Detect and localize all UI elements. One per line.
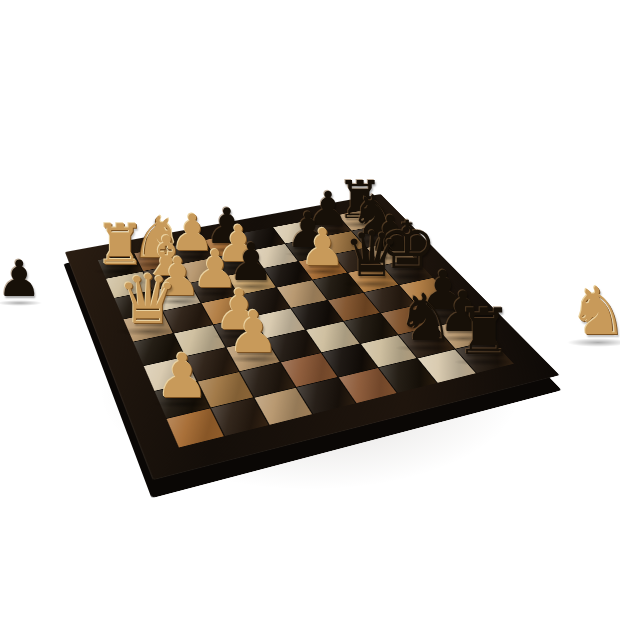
white-queen-d1[interactable]: ♛ — [109, 266, 187, 334]
black-queen-d7[interactable]: ♛ — [336, 223, 408, 286]
scene: ♜♟♞♟♟♟♟♞♟♜♟♚♝♛♟♟♟♟♟♛♟♟♞♞♟♜♟ — [0, 0, 620, 620]
square-h2[interactable] — [211, 398, 269, 436]
black-rook-h8[interactable]: ♜ — [447, 300, 521, 364]
square-g4[interactable] — [281, 353, 337, 387]
white-pawn-f3[interactable]: ♟ — [220, 303, 287, 361]
square-h4[interactable] — [297, 378, 355, 414]
square-h6[interactable] — [378, 359, 436, 393]
square-h5[interactable] — [338, 368, 396, 403]
square-h1[interactable] — [167, 408, 224, 447]
white-pawn-g1[interactable]: ♟ — [147, 345, 217, 406]
offboard-white-knight[interactable]: ♞ — [560, 279, 620, 345]
square-g3[interactable] — [240, 362, 295, 397]
square-h3[interactable] — [255, 388, 313, 425]
square-f5[interactable] — [306, 322, 360, 353]
offboard-black-pawn[interactable]: ♟ — [0, 254, 48, 304]
square-g5[interactable] — [321, 344, 377, 377]
